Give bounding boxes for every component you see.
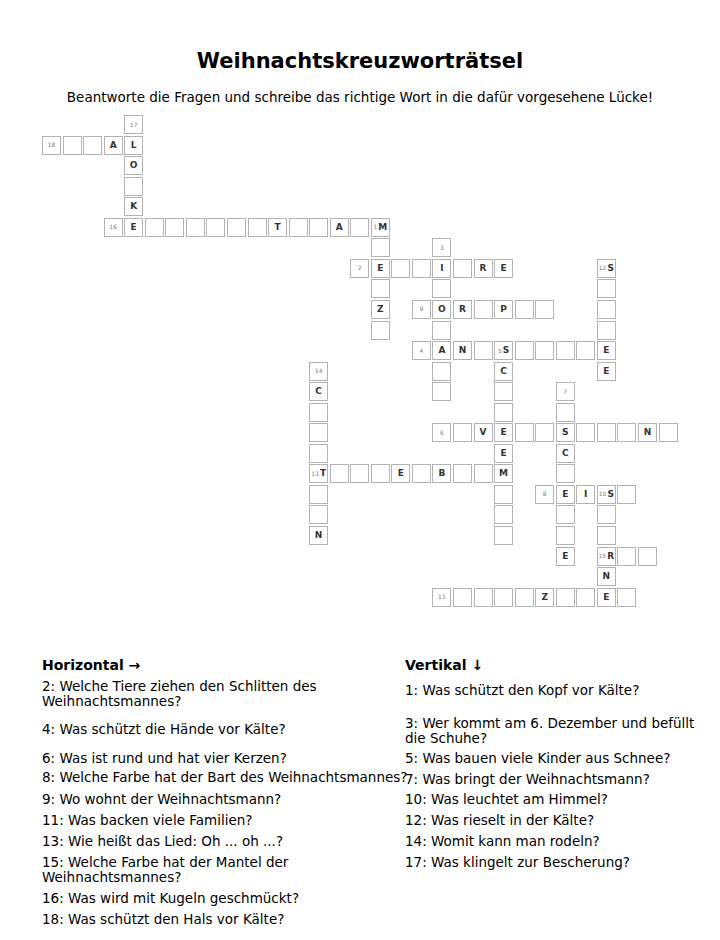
grid-cell-r20c27[interactable] (597, 526, 616, 545)
grid-cell-r11c18[interactable]: 4 (412, 341, 431, 360)
grid-cell-r11c27[interactable]: E (597, 341, 616, 360)
grid-cell-r18c26[interactable]: I (576, 485, 595, 504)
cell-letter: E (377, 264, 383, 273)
grid-cell-r18c13[interactable] (309, 485, 328, 504)
grid-cell-r7c17[interactable] (391, 259, 410, 278)
grid-cell-r11c20[interactable]: N (453, 341, 472, 360)
cell-letter: E (131, 223, 137, 232)
clue-number-18: 18 (48, 142, 56, 148)
grid-cell-r20c22[interactable] (494, 526, 513, 545)
grid-cell-r15c30[interactable] (659, 423, 678, 442)
clue-number-5: 5 (498, 348, 502, 354)
grid-cell-r11c22[interactable]: 5S (494, 341, 513, 360)
grid-cell-r17c17[interactable]: E (391, 464, 410, 483)
clue-h-2: 2: Welche Tiere ziehen den Schlitten des… (42, 679, 412, 709)
grid-cell-r11c21[interactable] (474, 341, 493, 360)
cell-letter: C (562, 449, 569, 458)
cell-letter: N (315, 531, 323, 540)
grid-cell-r17c14[interactable] (330, 464, 349, 483)
grid-cell-r23c28[interactable] (617, 588, 636, 607)
grid-cell-r15c25[interactable]: S (556, 423, 575, 442)
grid-cell-r7c19[interactable]: I (432, 259, 451, 278)
grid-cell-r15c21[interactable]: V (474, 423, 493, 442)
clue-h-16: 16: Was wird mit Kugeln geschmückt? (42, 891, 412, 906)
grid-cell-r19c27[interactable] (597, 505, 616, 524)
cell-letter: M (378, 223, 387, 232)
clue-number-13: 13 (311, 471, 319, 477)
grid-cell-r0c4[interactable]: 17 (124, 115, 143, 134)
vertical-clues-header: Vertikal ↓ (405, 657, 700, 673)
grid-cell-r5c12[interactable] (289, 218, 308, 237)
clue-v-17: 17: Was klingelt zur Bescherung? (405, 855, 700, 870)
clue-v-1: 1: Was schützt den Kopf vor Kälte? (405, 683, 700, 698)
grid-cell-r15c29[interactable]: N (638, 423, 657, 442)
grid-cell-r5c9[interactable] (227, 218, 246, 237)
cell-letter: M (499, 469, 508, 478)
grid-cell-r9c18[interactable]: 9 (412, 300, 431, 319)
cell-letter: R (607, 552, 614, 561)
grid-cell-r15c20[interactable] (453, 423, 472, 442)
grid-cell-r3c4[interactable] (124, 177, 143, 196)
grid-cell-r10c19[interactable] (432, 321, 451, 340)
grid-cell-r21c28[interactable] (617, 547, 636, 566)
grid-cell-r16c22[interactable]: E (494, 444, 513, 463)
grid-cell-r16c25[interactable]: C (556, 444, 575, 463)
cell-letter: P (500, 305, 507, 314)
clue-number-15: 15 (599, 553, 607, 559)
cell-letter: S (607, 490, 613, 499)
grid-cell-r8c27[interactable] (597, 279, 616, 298)
clue-number-7: 7 (563, 389, 567, 395)
grid-cell-r9c23[interactable] (515, 300, 534, 319)
grid-cell-r16c13[interactable] (309, 444, 328, 463)
grid-cell-r7c16[interactable]: E (371, 259, 390, 278)
grid-cell-r17c16[interactable] (371, 464, 390, 483)
grid-cell-r1c3[interactable]: A (104, 136, 123, 155)
grid-cell-r23c27[interactable]: E (597, 588, 616, 607)
clue-h-13: 13: Wie heißt das Lied: Oh ... oh ...? (42, 834, 412, 849)
horizontal-clues-section: Horizontal → 2: Welche Tiere ziehen den … (42, 657, 412, 933)
grid-cell-r17c18[interactable] (412, 464, 431, 483)
cell-letter: E (501, 449, 507, 458)
grid-cell-r17c13[interactable]: 13T (309, 464, 328, 483)
cell-letter: C (315, 387, 322, 396)
grid-cell-r12c22[interactable]: C (494, 362, 513, 381)
grid-cell-r17c22[interactable]: M (494, 464, 513, 483)
cell-letter: A (110, 141, 117, 150)
grid-cell-r8c16[interactable] (371, 279, 390, 298)
cell-letter: S (562, 428, 568, 437)
grid-cell-r1c4[interactable]: L (124, 136, 143, 155)
grid-cell-r8c19[interactable] (432, 279, 451, 298)
cell-letter: E (501, 264, 507, 273)
grid-cell-r23c26[interactable] (576, 588, 595, 607)
cell-letter: A (336, 223, 343, 232)
cell-letter: Z (377, 305, 384, 314)
vertical-clue-list: 1: Was schützt den Kopf vor Kälte?3: Wer… (405, 683, 700, 870)
clue-v-10: 10: Was leuchtet am Himmel? (405, 792, 700, 807)
clue-v-5: 5: Was bauen viele Kinder aus Schnee? (405, 751, 700, 766)
grid-cell-r6c19[interactable]: 3 (432, 238, 451, 257)
grid-cell-r15c27[interactable] (597, 423, 616, 442)
grid-cell-r1c0[interactable]: 18 (42, 136, 61, 155)
grid-cell-r15c19[interactable]: 6 (432, 423, 451, 442)
grid-cell-r17c15[interactable] (350, 464, 369, 483)
grid-cell-r12c27[interactable]: E (597, 362, 616, 381)
cell-letter: I (440, 264, 443, 273)
clue-number-11: 11 (438, 594, 446, 600)
clue-h-4: 4: Was schützt die Hände vor Kälte? (42, 722, 412, 737)
clue-h-15: 15: Welche Farbe hat der Mantel der Weih… (42, 855, 412, 885)
grid-cell-r21c25[interactable]: E (556, 547, 575, 566)
clue-h-11: 11: Was backen viele Familien? (42, 813, 412, 828)
grid-cell-r9c16[interactable]: Z (371, 300, 390, 319)
grid-cell-r17c21[interactable] (474, 464, 493, 483)
grid-cell-r5c7[interactable] (186, 218, 205, 237)
cell-letter: T (320, 469, 326, 478)
grid-cell-r5c14[interactable]: A (330, 218, 349, 237)
grid-cell-r7c27[interactable]: 12S (597, 259, 616, 278)
grid-cell-r11c23[interactable] (515, 341, 534, 360)
clue-h-6: 6: Was ist rund und hat vier Kerzen? (42, 751, 412, 766)
puzzle-instructions: Beantworte die Fragen und schreibe das r… (0, 89, 720, 105)
grid-cell-r1c2[interactable] (83, 136, 102, 155)
crossword-grid: 1718ALOK16ETA1M32EIRE12SZ9ORP4AN5SE14CEC… (42, 115, 702, 615)
grid-cell-r9c27[interactable] (597, 300, 616, 319)
grid-cell-r19c13[interactable] (309, 505, 328, 524)
cell-letter: E (562, 490, 568, 499)
horizontal-clues-header: Horizontal → (42, 657, 412, 673)
grid-cell-r11c25[interactable] (556, 341, 575, 360)
grid-cell-r15c26[interactable] (576, 423, 595, 442)
grid-cell-r5c6[interactable] (165, 218, 184, 237)
grid-cell-r5c10[interactable] (248, 218, 267, 237)
grid-cell-r10c27[interactable] (597, 321, 616, 340)
grid-cell-r5c16[interactable]: 1M (371, 218, 390, 237)
grid-cell-r15c13[interactable] (309, 423, 328, 442)
cell-letter: K (130, 202, 137, 211)
cell-letter: L (131, 141, 137, 150)
clue-h-18: 18: Was schützt den Hals vor Kälte? (42, 912, 412, 927)
grid-cell-r12c13[interactable]: 14 (309, 362, 328, 381)
cell-letter: E (501, 428, 507, 437)
grid-cell-r9c20[interactable]: R (453, 300, 472, 319)
clue-number-8: 8 (543, 491, 547, 497)
grid-cell-r7c20[interactable] (453, 259, 472, 278)
grid-cell-r19c25[interactable] (556, 505, 575, 524)
grid-cell-r20c25[interactable] (556, 526, 575, 545)
grid-cell-r11c26[interactable] (576, 341, 595, 360)
grid-cell-r18c28[interactable] (617, 485, 636, 504)
grid-cell-r15c24[interactable] (535, 423, 554, 442)
grid-cell-r13c19[interactable] (432, 382, 451, 401)
cell-letter: V (480, 428, 487, 437)
cell-letter: A (438, 346, 445, 355)
grid-cell-r7c21[interactable]: R (474, 259, 493, 278)
clue-number-2: 2 (358, 265, 362, 271)
grid-cell-r17c25[interactable] (556, 464, 575, 483)
cell-letter: S (503, 346, 509, 355)
clue-h-8: 8: Welche Farbe hat der Bart des Weihnac… (42, 770, 412, 785)
grid-cell-r13c25[interactable]: 7 (556, 382, 575, 401)
clue-number-16: 16 (109, 224, 117, 230)
grid-cell-r17c20[interactable] (453, 464, 472, 483)
grid-cell-r10c16[interactable] (371, 321, 390, 340)
cell-letter: E (562, 552, 568, 561)
clue-number-3: 3 (440, 245, 444, 251)
cell-letter: E (603, 346, 609, 355)
grid-cell-r5c3[interactable]: 16 (104, 218, 123, 237)
grid-cell-r18c24[interactable]: 8 (535, 485, 554, 504)
grid-cell-r18c22[interactable] (494, 485, 513, 504)
clue-v-12: 12: Was rieselt in der Kälte? (405, 813, 700, 828)
clue-number-12: 12 (599, 265, 607, 271)
grid-cell-r21c27[interactable]: 15R (597, 547, 616, 566)
grid-cell-r11c24[interactable] (535, 341, 554, 360)
grid-cell-r15c23[interactable] (515, 423, 534, 442)
grid-cell-r5c13[interactable] (309, 218, 328, 237)
grid-cell-r23c24[interactable]: Z (535, 588, 554, 607)
grid-cell-r5c8[interactable] (206, 218, 225, 237)
cell-letter: S (607, 264, 613, 273)
cell-letter: E (398, 469, 404, 478)
cell-letter: C (500, 367, 507, 376)
grid-cell-r22c27[interactable]: N (597, 567, 616, 586)
cell-letter: T (274, 223, 280, 232)
grid-cell-r15c22[interactable]: E (494, 423, 513, 442)
puzzle-title: Weihnachtskreuzworträtsel (0, 49, 720, 73)
grid-cell-r23c22[interactable] (494, 588, 513, 607)
vertical-clues-section: Vertikal ↓ 1: Was schützt den Kopf vor K… (405, 657, 700, 876)
grid-cell-r23c25[interactable] (556, 588, 575, 607)
cell-letter: E (603, 593, 609, 602)
grid-cell-r23c23[interactable] (515, 588, 534, 607)
grid-cell-r5c11[interactable]: T (268, 218, 287, 237)
clue-number-1: 1 (373, 224, 377, 230)
grid-cell-r14c13[interactable] (309, 403, 328, 422)
grid-cell-r7c18[interactable] (412, 259, 431, 278)
grid-cell-r4c4[interactable]: K (124, 197, 143, 216)
grid-cell-r15c28[interactable] (617, 423, 636, 442)
grid-cell-r7c22[interactable]: E (494, 259, 513, 278)
grid-cell-r2c4[interactable]: O (124, 156, 143, 175)
grid-cell-r23c21[interactable] (474, 588, 493, 607)
grid-cell-r6c16[interactable] (371, 238, 390, 257)
grid-cell-r17c19[interactable]: B (432, 464, 451, 483)
cell-letter: R (459, 305, 466, 314)
grid-cell-r7c15[interactable]: 2 (350, 259, 369, 278)
puzzle-page: Weihnachtskreuzworträtsel Beantworte die… (0, 0, 720, 940)
cell-letter: O (130, 161, 138, 170)
horizontal-clue-list: 2: Welche Tiere ziehen den Schlitten des… (42, 679, 412, 927)
grid-cell-r21c29[interactable] (638, 547, 657, 566)
cell-letter: N (459, 346, 467, 355)
grid-cell-r1c1[interactable] (63, 136, 82, 155)
cell-letter: B (439, 469, 446, 478)
grid-cell-r20c13[interactable]: N (309, 526, 328, 545)
grid-cell-r13c22[interactable] (494, 382, 513, 401)
grid-cell-r9c21[interactable] (474, 300, 493, 319)
grid-cell-r23c20[interactable] (453, 588, 472, 607)
grid-cell-r14c25[interactable] (556, 403, 575, 422)
grid-cell-r23c19[interactable]: 11 (432, 588, 451, 607)
grid-cell-r19c22[interactable] (494, 505, 513, 524)
clue-h-9: 9: Wo wohnt der Weihnachtsmann? (42, 792, 412, 807)
grid-cell-r9c19[interactable]: O (432, 300, 451, 319)
clue-number-9: 9 (419, 306, 423, 312)
grid-cell-r13c13[interactable]: C (309, 382, 328, 401)
clue-v-3: 3: Wer kommt am 6. Dezember und befüllt … (405, 716, 700, 746)
grid-cell-r5c15[interactable] (350, 218, 369, 237)
grid-cell-r9c22[interactable]: P (494, 300, 513, 319)
clue-number-6: 6 (440, 430, 444, 436)
cell-letter: O (438, 305, 446, 314)
grid-cell-r18c27[interactable]: 10S (597, 485, 616, 504)
grid-cell-r12c19[interactable] (432, 362, 451, 381)
clue-number-4: 4 (419, 348, 423, 354)
grid-cell-r14c22[interactable] (494, 403, 513, 422)
grid-cell-r5c4[interactable]: E (124, 218, 143, 237)
clue-v-7: 7: Was bringt der Weihnachtsmann? (405, 772, 700, 787)
grid-cell-r9c24[interactable] (535, 300, 554, 319)
cell-letter: N (603, 572, 611, 581)
cell-letter: I (584, 490, 587, 499)
cell-letter: E (603, 367, 609, 376)
clue-number-17: 17 (130, 122, 138, 128)
cell-letter: Z (541, 593, 548, 602)
cell-letter: N (644, 428, 652, 437)
grid-cell-r11c19[interactable]: A (432, 341, 451, 360)
clue-number-10: 10 (599, 491, 607, 497)
grid-cell-r18c25[interactable]: E (556, 485, 575, 504)
clue-v-14: 14: Womit kann man rodeln? (405, 834, 700, 849)
grid-cell-r5c5[interactable] (145, 218, 164, 237)
cell-letter: R (480, 264, 487, 273)
clue-number-14: 14 (315, 368, 323, 374)
